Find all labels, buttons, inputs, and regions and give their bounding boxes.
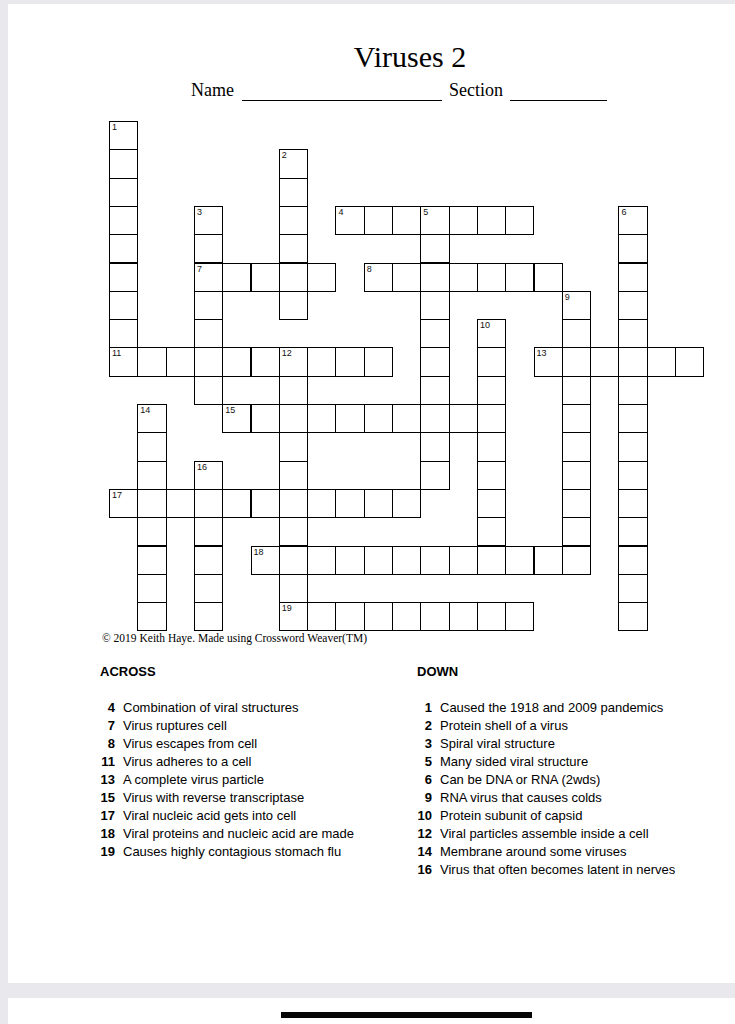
grid-cell[interactable]: 7 bbox=[194, 263, 223, 292]
clue-number: 11 bbox=[93, 754, 115, 769]
grid-cell[interactable] bbox=[420, 432, 449, 461]
grid-cell[interactable] bbox=[364, 404, 393, 433]
clue-text: Spiral viral structure bbox=[440, 736, 555, 751]
grid-cell[interactable] bbox=[194, 376, 223, 405]
grid-cell[interactable] bbox=[307, 489, 336, 518]
cell-clue-number: 19 bbox=[282, 603, 292, 613]
grid-cell[interactable] bbox=[279, 263, 308, 292]
clue-number: 12 bbox=[410, 826, 432, 841]
across-clue: 15Virus with reverse transcriptase bbox=[93, 790, 354, 808]
grid-cell[interactable] bbox=[279, 546, 308, 575]
clue-number: 8 bbox=[93, 736, 115, 751]
grid-cell[interactable] bbox=[618, 517, 647, 546]
across-clue: 13A complete virus particle bbox=[93, 772, 354, 790]
grid-cell[interactable] bbox=[194, 517, 223, 546]
grid-cell[interactable]: 15 bbox=[222, 404, 251, 433]
grid-cell[interactable] bbox=[618, 602, 647, 631]
clue-number: 5 bbox=[410, 754, 432, 769]
grid-cell[interactable] bbox=[194, 291, 223, 320]
clue-text: Virus with reverse transcriptase bbox=[123, 790, 304, 805]
down-clue-list: 1Caused the 1918 and 2009 pandemics2Prot… bbox=[410, 700, 675, 880]
grid-cell[interactable]: 2 bbox=[279, 149, 308, 178]
cell-clue-number: 7 bbox=[197, 264, 202, 274]
grid-cell[interactable] bbox=[109, 178, 138, 207]
grid-cell[interactable] bbox=[420, 546, 449, 575]
grid-cell[interactable] bbox=[137, 546, 166, 575]
grid-cell[interactable]: 9 bbox=[562, 291, 591, 320]
grid-cell[interactable] bbox=[477, 404, 506, 433]
grid-cell[interactable] bbox=[137, 574, 166, 603]
clue-number: 7 bbox=[93, 718, 115, 733]
grid-cell[interactable] bbox=[279, 432, 308, 461]
grid-cell[interactable] bbox=[279, 234, 308, 263]
grid-cell[interactable] bbox=[562, 517, 591, 546]
grid-cell[interactable]: 11 bbox=[109, 347, 138, 376]
cell-clue-number: 10 bbox=[480, 320, 490, 330]
grid-cell[interactable] bbox=[420, 461, 449, 490]
grid-cell[interactable] bbox=[449, 263, 478, 292]
across-clue: 19Causes highly contagious stomach flu bbox=[93, 844, 354, 862]
grid-cell[interactable] bbox=[420, 347, 449, 376]
grid-cell[interactable] bbox=[477, 432, 506, 461]
down-clue: 3Spiral viral structure bbox=[410, 736, 675, 754]
clue-text: Combination of viral structures bbox=[123, 700, 299, 715]
grid-cell[interactable] bbox=[477, 347, 506, 376]
cell-clue-number: 17 bbox=[112, 490, 122, 500]
grid-cell[interactable]: 10 bbox=[477, 319, 506, 348]
grid-cell[interactable] bbox=[166, 347, 195, 376]
grid-cell[interactable] bbox=[534, 546, 563, 575]
grid-cell[interactable]: 19 bbox=[279, 602, 308, 631]
grid-cell[interactable] bbox=[618, 347, 647, 376]
cell-clue-number: 12 bbox=[282, 348, 292, 358]
grid-cell[interactable]: 5 bbox=[420, 206, 449, 235]
grid-cell[interactable] bbox=[420, 291, 449, 320]
across-clue: 11Virus adheres to a cell bbox=[93, 754, 354, 772]
grid-cell[interactable] bbox=[618, 319, 647, 348]
copyright-line: © 2019 Keith Haye. Made using Crossword … bbox=[102, 632, 367, 644]
grid-cell[interactable] bbox=[335, 602, 364, 631]
clue-text: Can be DNA or RNA (2wds) bbox=[440, 772, 600, 787]
grid-cell[interactable] bbox=[279, 178, 308, 207]
grid-cell[interactable] bbox=[137, 517, 166, 546]
clue-text: Viral proteins and nucleic acid are made bbox=[123, 826, 354, 841]
down-clue: 6Can be DNA or RNA (2wds) bbox=[410, 772, 675, 790]
grid-cell[interactable]: 14 bbox=[137, 404, 166, 433]
grid-cell[interactable] bbox=[109, 234, 138, 263]
down-clue: 14Membrane around some viruses bbox=[410, 844, 675, 862]
grid-cell[interactable] bbox=[137, 489, 166, 518]
grid-cell[interactable] bbox=[251, 404, 280, 433]
grid-cell[interactable] bbox=[335, 404, 364, 433]
grid-cell[interactable] bbox=[222, 263, 251, 292]
grid-cell[interactable]: 13 bbox=[534, 347, 563, 376]
grid-cell[interactable] bbox=[477, 376, 506, 405]
grid-cell[interactable] bbox=[618, 461, 647, 490]
grid-cell[interactable] bbox=[477, 206, 506, 235]
next-page-top-bar bbox=[281, 1012, 532, 1018]
cell-clue-number: 8 bbox=[367, 264, 372, 274]
across-clue-list: 4Combination of viral structures7Virus r… bbox=[93, 700, 354, 862]
cell-clue-number: 15 bbox=[225, 405, 235, 415]
grid-cell[interactable] bbox=[392, 489, 421, 518]
grid-cell[interactable] bbox=[505, 546, 534, 575]
grid-cell[interactable] bbox=[109, 206, 138, 235]
grid-cell[interactable] bbox=[647, 347, 676, 376]
grid-cell[interactable] bbox=[562, 376, 591, 405]
clue-text: Protein shell of a virus bbox=[440, 718, 568, 733]
grid-cell[interactable] bbox=[477, 461, 506, 490]
grid-cell[interactable] bbox=[420, 376, 449, 405]
grid-cell[interactable] bbox=[137, 432, 166, 461]
grid-cell[interactable] bbox=[307, 546, 336, 575]
grid-cell[interactable]: 16 bbox=[194, 461, 223, 490]
grid-cell[interactable] bbox=[364, 489, 393, 518]
grid-cell[interactable] bbox=[109, 319, 138, 348]
clue-number: 16 bbox=[410, 862, 432, 877]
grid-cell[interactable] bbox=[449, 546, 478, 575]
grid-cell[interactable] bbox=[449, 206, 478, 235]
grid-cell[interactable] bbox=[194, 347, 223, 376]
grid-cell[interactable] bbox=[279, 489, 308, 518]
grid-cell[interactable] bbox=[279, 291, 308, 320]
grid-cell[interactable] bbox=[137, 347, 166, 376]
cell-clue-number: 1 bbox=[112, 122, 117, 132]
puzzle-title: Viruses 2 bbox=[304, 40, 516, 74]
grid-cell[interactable]: 12 bbox=[279, 347, 308, 376]
clue-number: 6 bbox=[410, 772, 432, 787]
grid-cell[interactable] bbox=[420, 319, 449, 348]
down-clue: 1Caused the 1918 and 2009 pandemics bbox=[410, 700, 675, 718]
cell-clue-number: 3 bbox=[197, 207, 202, 217]
cell-clue-number: 13 bbox=[537, 348, 547, 358]
grid-cell[interactable] bbox=[166, 489, 195, 518]
grid-cell[interactable] bbox=[279, 574, 308, 603]
across-heading: ACROSS bbox=[100, 664, 156, 679]
grid-cell[interactable] bbox=[618, 404, 647, 433]
grid-cell[interactable] bbox=[392, 263, 421, 292]
grid-cell[interactable] bbox=[392, 404, 421, 433]
grid-cell[interactable] bbox=[534, 263, 563, 292]
name-label: Name bbox=[191, 80, 234, 100]
clue-number: 2 bbox=[410, 718, 432, 733]
grid-cell[interactable] bbox=[222, 489, 251, 518]
grid-cell[interactable]: 3 bbox=[194, 206, 223, 235]
clue-text: Viral particles assemble inside a cell bbox=[440, 826, 649, 841]
grid-cell[interactable] bbox=[137, 602, 166, 631]
grid-cell[interactable] bbox=[109, 149, 138, 178]
grid-cell[interactable] bbox=[590, 347, 619, 376]
grid-cell[interactable] bbox=[392, 546, 421, 575]
grid-cell[interactable] bbox=[420, 602, 449, 631]
grid-cell[interactable] bbox=[364, 347, 393, 376]
clue-text: Caused the 1918 and 2009 pandemics bbox=[440, 700, 663, 715]
grid-cell[interactable] bbox=[618, 376, 647, 405]
grid-cell[interactable] bbox=[562, 546, 591, 575]
clue-text: Virus escapes from cell bbox=[123, 736, 257, 751]
cell-clue-number: 11 bbox=[112, 348, 121, 358]
grid-cell[interactable] bbox=[194, 546, 223, 575]
grid-cell[interactable] bbox=[477, 489, 506, 518]
grid-cell[interactable] bbox=[194, 319, 223, 348]
grid-cell[interactable] bbox=[364, 546, 393, 575]
name-blank bbox=[242, 82, 442, 101]
across-clue: 8Virus escapes from cell bbox=[93, 736, 354, 754]
grid-cell[interactable] bbox=[335, 347, 364, 376]
grid-cell[interactable] bbox=[449, 602, 478, 631]
clue-text: Causes highly contagious stomach flu bbox=[123, 844, 341, 859]
grid-cell[interactable] bbox=[562, 347, 591, 376]
name-section-line: NameSection bbox=[191, 80, 607, 101]
clue-number: 3 bbox=[410, 736, 432, 751]
grid-cell[interactable] bbox=[505, 263, 534, 292]
grid-cell[interactable] bbox=[449, 404, 478, 433]
grid-cell[interactable] bbox=[307, 404, 336, 433]
grid-cell[interactable] bbox=[279, 206, 308, 235]
clue-text: Virus that often becomes latent in nerve… bbox=[440, 862, 675, 877]
grid-cell[interactable] bbox=[194, 489, 223, 518]
grid-cell[interactable] bbox=[477, 263, 506, 292]
grid-cell[interactable] bbox=[279, 376, 308, 405]
grid-cell[interactable] bbox=[675, 347, 704, 376]
clue-number: 9 bbox=[410, 790, 432, 805]
down-clue: 10Protein subunit of capsid bbox=[410, 808, 675, 826]
grid-cell[interactable] bbox=[307, 263, 336, 292]
clue-text: Protein subunit of capsid bbox=[440, 808, 582, 823]
clue-number: 1 bbox=[410, 700, 432, 715]
across-clue: 7Virus ruptures cell bbox=[93, 718, 354, 736]
grid-cell[interactable] bbox=[222, 347, 251, 376]
clue-number: 17 bbox=[93, 808, 115, 823]
grid-cell[interactable] bbox=[618, 263, 647, 292]
grid-cell[interactable] bbox=[505, 206, 534, 235]
grid-cell[interactable] bbox=[618, 432, 647, 461]
grid-cell[interactable]: 1 bbox=[109, 121, 138, 150]
grid-cell[interactable] bbox=[562, 319, 591, 348]
grid-cell[interactable] bbox=[420, 234, 449, 263]
grid-cell[interactable] bbox=[562, 461, 591, 490]
grid-cell[interactable] bbox=[618, 574, 647, 603]
grid-cell[interactable]: 6 bbox=[618, 206, 647, 235]
clue-number: 4 bbox=[93, 700, 115, 715]
cell-clue-number: 18 bbox=[254, 547, 264, 557]
down-clue: 9RNA virus that causes colds bbox=[410, 790, 675, 808]
clue-text: RNA virus that causes colds bbox=[440, 790, 602, 805]
grid-cell[interactable] bbox=[307, 602, 336, 631]
cell-clue-number: 9 bbox=[565, 292, 570, 302]
clue-text: Many sided viral structure bbox=[440, 754, 588, 769]
cell-clue-number: 14 bbox=[140, 405, 150, 415]
cell-clue-number: 6 bbox=[621, 207, 626, 217]
grid-cell[interactable] bbox=[364, 206, 393, 235]
grid-cell[interactable] bbox=[477, 517, 506, 546]
clue-number: 19 bbox=[93, 844, 115, 859]
grid-cell[interactable] bbox=[618, 546, 647, 575]
across-clue: 18Viral proteins and nucleic acid are ma… bbox=[93, 826, 354, 844]
grid-cell[interactable] bbox=[392, 206, 421, 235]
clue-number: 15 bbox=[93, 790, 115, 805]
grid-cell[interactable] bbox=[562, 404, 591, 433]
grid-cell[interactable] bbox=[307, 347, 336, 376]
grid-cell[interactable] bbox=[251, 263, 280, 292]
grid-cell[interactable]: 4 bbox=[335, 206, 364, 235]
grid-cell[interactable] bbox=[420, 263, 449, 292]
clue-text: Viral nucleic acid gets into cell bbox=[123, 808, 296, 823]
down-clue: 2Protein shell of a virus bbox=[410, 718, 675, 736]
grid-cell[interactable] bbox=[618, 489, 647, 518]
grid-cell[interactable]: 17 bbox=[109, 489, 138, 518]
grid-cell[interactable]: 18 bbox=[251, 546, 280, 575]
grid-cell[interactable] bbox=[618, 291, 647, 320]
worksheet-page: Viruses 2 NameSection 123456789101112131… bbox=[8, 4, 735, 983]
cell-clue-number: 16 bbox=[197, 462, 207, 472]
down-heading: DOWN bbox=[417, 664, 458, 679]
grid-cell[interactable] bbox=[392, 602, 421, 631]
clue-text: Membrane around some viruses bbox=[440, 844, 626, 859]
clue-text: A complete virus particle bbox=[123, 772, 264, 787]
clue-number: 10 bbox=[410, 808, 432, 823]
clue-number: 14 bbox=[410, 844, 432, 859]
grid-cell[interactable] bbox=[364, 602, 393, 631]
grid-cell[interactable] bbox=[562, 489, 591, 518]
section-label: Section bbox=[449, 80, 503, 100]
clue-text: Virus adheres to a cell bbox=[123, 754, 251, 769]
grid-cell[interactable] bbox=[505, 602, 534, 631]
grid-cell[interactable] bbox=[194, 234, 223, 263]
clue-number: 13 bbox=[93, 772, 115, 787]
grid-cell[interactable] bbox=[477, 602, 506, 631]
grid-cell[interactable] bbox=[251, 347, 280, 376]
grid-cell[interactable] bbox=[279, 517, 308, 546]
grid-cell[interactable] bbox=[194, 574, 223, 603]
grid-cell[interactable] bbox=[335, 489, 364, 518]
cell-clue-number: 5 bbox=[423, 207, 428, 217]
down-clue: 5Many sided viral structure bbox=[410, 754, 675, 772]
grid-cell[interactable] bbox=[109, 263, 138, 292]
cell-clue-number: 2 bbox=[282, 150, 287, 160]
across-clue: 17Viral nucleic acid gets into cell bbox=[93, 808, 354, 826]
grid-cell[interactable] bbox=[618, 234, 647, 263]
grid-cell[interactable] bbox=[109, 291, 138, 320]
grid-cell[interactable] bbox=[420, 404, 449, 433]
grid-cell[interactable]: 8 bbox=[364, 263, 393, 292]
grid-cell[interactable] bbox=[137, 461, 166, 490]
next-page-top bbox=[8, 998, 735, 1024]
grid-cell[interactable] bbox=[279, 404, 308, 433]
clue-number: 18 bbox=[93, 826, 115, 841]
grid-cell[interactable] bbox=[562, 432, 591, 461]
grid-cell[interactable] bbox=[335, 546, 364, 575]
grid-cell[interactable] bbox=[477, 546, 506, 575]
down-clue: 12Viral particles assemble inside a cell bbox=[410, 826, 675, 844]
section-blank bbox=[510, 82, 607, 101]
grid-cell[interactable] bbox=[251, 489, 280, 518]
grid-cell[interactable] bbox=[194, 602, 223, 631]
across-clue: 4Combination of viral structures bbox=[93, 700, 354, 718]
cell-clue-number: 4 bbox=[338, 207, 343, 217]
down-clue: 16Virus that often becomes latent in ner… bbox=[410, 862, 675, 880]
grid-cell[interactable] bbox=[279, 461, 308, 490]
clue-text: Virus ruptures cell bbox=[123, 718, 227, 733]
